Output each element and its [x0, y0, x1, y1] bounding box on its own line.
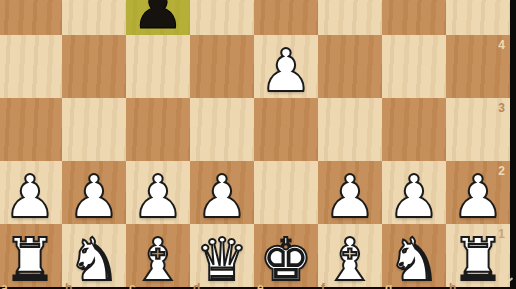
- piece-white-knight[interactable]: ♞: [388, 230, 441, 289]
- square-h3[interactable]: 3: [446, 98, 510, 161]
- coordinate-file-d: d: [193, 282, 200, 289]
- square-d1[interactable]: ♛d: [190, 224, 254, 287]
- coordinate-rank-4: 4: [498, 39, 505, 51]
- piece-black-pawn[interactable]: ♟: [132, 0, 185, 37]
- square-a2[interactable]: ♟: [0, 161, 62, 224]
- square-g3[interactable]: [382, 98, 446, 161]
- square-a4[interactable]: [0, 35, 62, 98]
- square-f2[interactable]: ♟: [318, 161, 382, 224]
- square-e2[interactable]: [254, 161, 318, 224]
- square-b4[interactable]: [62, 35, 126, 98]
- coordinate-file-f: f: [321, 282, 325, 289]
- coordinate-rank-1: 1: [498, 228, 505, 240]
- coordinate-rank-3: 3: [498, 102, 505, 114]
- square-h4[interactable]: 4: [446, 35, 510, 98]
- square-d4[interactable]: [190, 35, 254, 98]
- square-h1[interactable]: ♜1h: [446, 224, 510, 287]
- square-d2[interactable]: ♟: [190, 161, 254, 224]
- board-viewport: ♟♟43♟♟♟♟♟♟♟2♜a♞b♝c♛d♚e♝f♞g♜1h: [0, 0, 516, 289]
- square-f1[interactable]: ♝f: [318, 224, 382, 287]
- square-b1[interactable]: ♞b: [62, 224, 126, 287]
- piece-white-king[interactable]: ♚: [260, 230, 313, 289]
- piece-white-pawn[interactable]: ♟: [388, 167, 441, 226]
- coordinate-file-a: a: [1, 282, 8, 289]
- square-e3[interactable]: [254, 98, 318, 161]
- square-g4[interactable]: [382, 35, 446, 98]
- square-c2[interactable]: ♟: [126, 161, 190, 224]
- piece-white-rook[interactable]: ♜: [452, 230, 505, 289]
- piece-white-pawn[interactable]: ♟: [4, 167, 57, 226]
- piece-white-rook[interactable]: ♜: [4, 230, 57, 289]
- square-e5[interactable]: [254, 0, 318, 35]
- square-g2[interactable]: ♟: [382, 161, 446, 224]
- square-a1[interactable]: ♜a: [0, 224, 62, 287]
- coordinate-file-b: b: [65, 282, 72, 289]
- coordinate-rank-2: 2: [498, 165, 505, 177]
- coordinate-file-c: c: [129, 282, 136, 289]
- piece-white-bishop[interactable]: ♝: [132, 230, 185, 289]
- square-e1[interactable]: ♚e: [254, 224, 318, 287]
- square-f4[interactable]: [318, 35, 382, 98]
- square-c1[interactable]: ♝c: [126, 224, 190, 287]
- square-c3[interactable]: [126, 98, 190, 161]
- square-e4[interactable]: ♟: [254, 35, 318, 98]
- square-h5[interactable]: [446, 0, 510, 35]
- piece-white-bishop[interactable]: ♝: [324, 230, 377, 289]
- coordinate-file-h: h: [449, 282, 456, 289]
- square-d5[interactable]: [190, 0, 254, 35]
- square-g1[interactable]: ♞g: [382, 224, 446, 287]
- piece-white-pawn[interactable]: ♟: [260, 41, 313, 100]
- square-h2[interactable]: ♟2: [446, 161, 510, 224]
- square-f5[interactable]: [318, 0, 382, 35]
- square-g5[interactable]: [382, 0, 446, 35]
- coordinate-file-g: g: [385, 282, 392, 289]
- square-f3[interactable]: [318, 98, 382, 161]
- piece-white-pawn[interactable]: ♟: [452, 167, 505, 226]
- square-a5[interactable]: [0, 0, 62, 35]
- piece-white-knight[interactable]: ♞: [68, 230, 121, 289]
- piece-white-pawn[interactable]: ♟: [132, 167, 185, 226]
- square-c4[interactable]: [126, 35, 190, 98]
- square-c5[interactable]: ♟: [126, 0, 190, 35]
- chess-board: ♟♟43♟♟♟♟♟♟♟2♜a♞b♝c♛d♚e♝f♞g♜1h: [0, 0, 510, 287]
- piece-white-pawn[interactable]: ♟: [324, 167, 377, 226]
- square-b5[interactable]: [62, 0, 126, 35]
- piece-white-pawn[interactable]: ♟: [196, 167, 249, 226]
- piece-white-pawn[interactable]: ♟: [68, 167, 121, 226]
- coordinate-file-e: e: [257, 282, 264, 289]
- piece-white-queen[interactable]: ♛: [196, 230, 249, 289]
- square-b2[interactable]: ♟: [62, 161, 126, 224]
- square-b3[interactable]: [62, 98, 126, 161]
- square-a3[interactable]: [0, 98, 62, 161]
- square-d3[interactable]: [190, 98, 254, 161]
